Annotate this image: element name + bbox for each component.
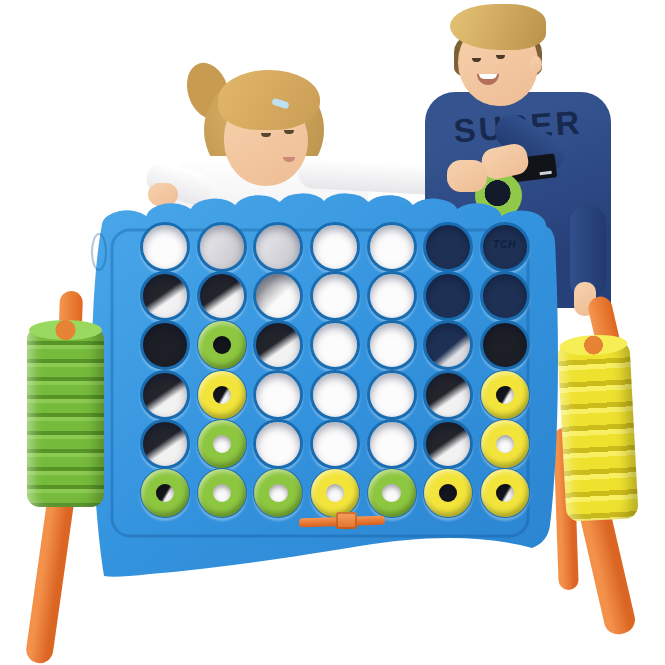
cell-r5c3[interactable] — [247, 416, 304, 465]
cell-r1c2[interactable] — [191, 219, 248, 268]
cell-r5c4[interactable] — [304, 416, 361, 465]
hole — [367, 370, 417, 420]
cell-r5c7[interactable] — [473, 416, 530, 465]
cell-r1c4[interactable] — [304, 219, 361, 268]
hole — [140, 222, 190, 272]
cell-r1c7[interactable]: TCH — [473, 219, 530, 268]
hole — [140, 419, 190, 469]
green-disc — [198, 469, 246, 517]
yellow-disc-stack[interactable] — [557, 340, 638, 522]
cell-r1c5[interactable] — [360, 219, 417, 268]
hole — [197, 320, 247, 370]
hole — [310, 320, 360, 370]
scene: SUPER TCH — [0, 0, 665, 665]
hole — [197, 468, 247, 518]
hole — [423, 271, 473, 321]
cell-r4c1[interactable] — [134, 367, 191, 416]
hole — [480, 271, 530, 321]
cell-r2c5[interactable] — [360, 268, 417, 317]
hole — [367, 468, 417, 518]
cell-r3c3[interactable] — [247, 318, 304, 367]
hole — [480, 419, 530, 469]
hole — [480, 320, 530, 370]
hole — [197, 222, 247, 272]
hole — [140, 320, 190, 370]
cell-r5c6[interactable] — [417, 416, 474, 465]
hole — [423, 320, 473, 370]
cell-r4c6[interactable] — [417, 367, 474, 416]
hole — [423, 468, 473, 518]
cell-r2c4[interactable] — [304, 268, 361, 317]
yellow-disc — [198, 371, 246, 419]
green-disc-stack[interactable] — [27, 327, 104, 507]
cell-r2c6[interactable] — [417, 268, 474, 317]
cell-r3c2[interactable] — [191, 318, 248, 367]
hole — [423, 419, 473, 469]
hole — [310, 222, 360, 272]
green-disc — [368, 469, 416, 517]
hole — [367, 320, 417, 370]
cell-r1c1[interactable] — [134, 219, 191, 268]
cell-r5c5[interactable] — [360, 416, 417, 465]
yellow-disc — [424, 469, 472, 517]
cell-r4c3[interactable] — [247, 367, 304, 416]
hole — [253, 271, 303, 321]
yellow-disc — [481, 469, 529, 517]
hole — [197, 271, 247, 321]
cell-r5c2[interactable] — [191, 416, 248, 465]
cell-r4c2[interactable] — [191, 367, 248, 416]
hole — [367, 271, 417, 321]
hole — [197, 370, 247, 420]
hole — [310, 419, 360, 469]
cell-r1c3[interactable] — [247, 219, 304, 268]
cell-r6c2[interactable] — [191, 466, 248, 515]
shirt-text-through-hole: TCH — [483, 239, 527, 250]
hole — [140, 468, 190, 518]
hole — [367, 222, 417, 272]
hole — [253, 222, 303, 272]
hole — [253, 320, 303, 370]
green-disc — [254, 469, 302, 517]
cell-r1c6[interactable] — [417, 219, 474, 268]
boy-ear — [530, 56, 542, 73]
yellow-disc — [311, 469, 359, 517]
hole — [423, 370, 473, 420]
green-disc — [141, 469, 189, 517]
cell-r4c4[interactable] — [304, 367, 361, 416]
cell-r2c2[interactable] — [191, 268, 248, 317]
cell-r3c7[interactable] — [473, 318, 530, 367]
cell-r2c7[interactable] — [473, 268, 530, 317]
hole — [197, 419, 247, 469]
cell-r6c4[interactable] — [304, 466, 361, 515]
hole — [310, 271, 360, 321]
yellow-disc — [481, 420, 529, 468]
cell-r4c5[interactable] — [360, 367, 417, 416]
board-grid: TCH — [134, 219, 530, 515]
boy-hair — [450, 4, 546, 50]
hole — [310, 468, 360, 518]
cell-r3c6[interactable] — [417, 318, 474, 367]
cell-r3c4[interactable] — [304, 318, 361, 367]
cell-r6c6[interactable] — [417, 466, 474, 515]
cell-r2c3[interactable] — [247, 268, 304, 317]
hole — [367, 419, 417, 469]
hole — [480, 370, 530, 420]
hole — [423, 222, 473, 272]
cell-r2c1[interactable] — [134, 268, 191, 317]
green-disc — [198, 321, 246, 369]
cell-r6c3[interactable] — [247, 466, 304, 515]
cell-r5c1[interactable] — [134, 416, 191, 465]
hole — [253, 419, 303, 469]
cell-r4c7[interactable] — [473, 367, 530, 416]
hole — [253, 370, 303, 420]
cell-r3c1[interactable] — [134, 318, 191, 367]
hole — [140, 370, 190, 420]
girl-right-hand — [447, 160, 487, 192]
green-disc — [198, 420, 246, 468]
hole — [140, 271, 190, 321]
cell-r6c5[interactable] — [360, 466, 417, 515]
release-latch-clip[interactable] — [336, 512, 357, 529]
yellow-disc — [481, 371, 529, 419]
girl-fringe — [218, 70, 320, 130]
hole — [253, 468, 303, 518]
hole: TCH — [480, 222, 530, 272]
hole — [480, 468, 530, 518]
cell-r3c5[interactable] — [360, 318, 417, 367]
cell-r6c7[interactable] — [473, 466, 530, 515]
cell-r6c1[interactable] — [134, 466, 191, 515]
hole — [310, 370, 360, 420]
